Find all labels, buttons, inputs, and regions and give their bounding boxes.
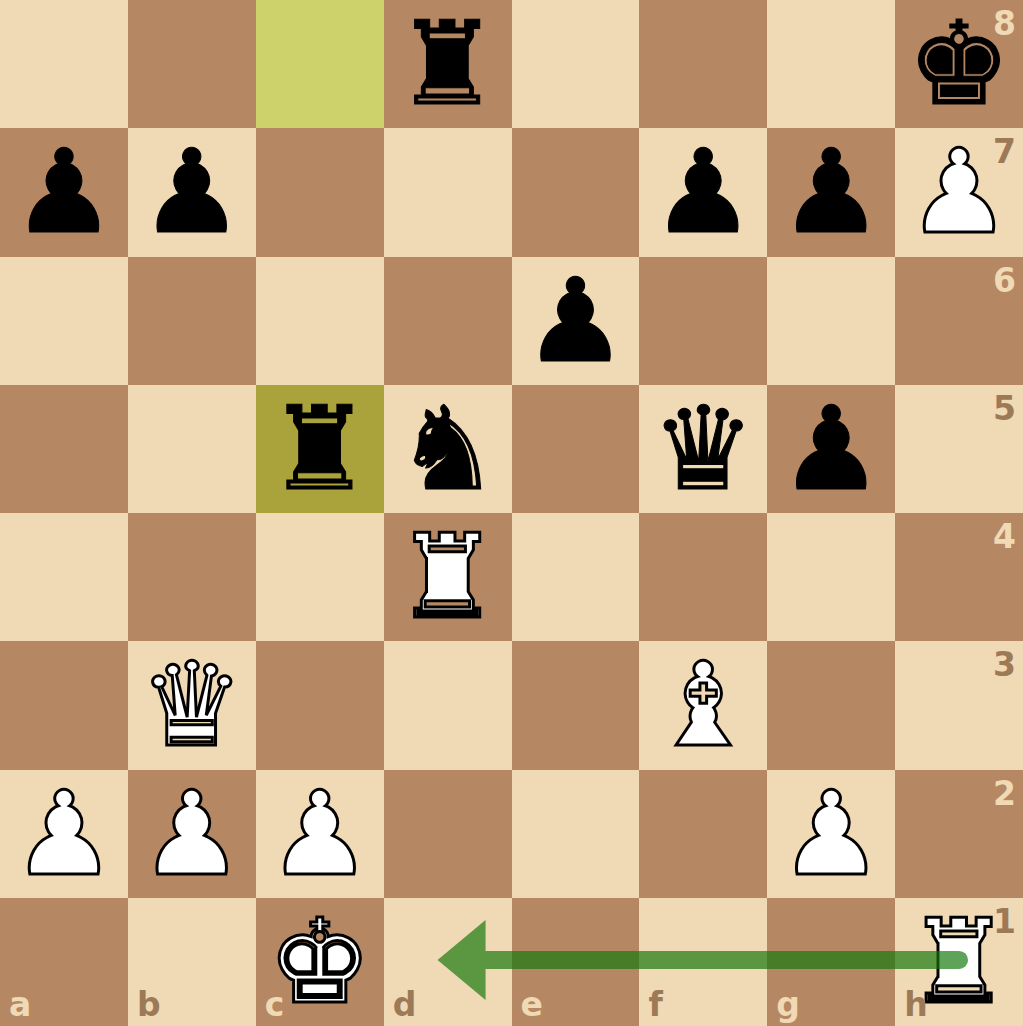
square-a2[interactable]: ♟ [0, 770, 128, 898]
square-a8[interactable] [0, 0, 128, 128]
black-pawn[interactable]: ♟ [779, 134, 883, 250]
rank-label-3: 3 [993, 648, 1016, 681]
file-label-a: a [9, 988, 31, 1021]
square-h7[interactable]: ♟7 [895, 128, 1023, 256]
square-f8[interactable] [639, 0, 767, 128]
square-g7[interactable]: ♟ [767, 128, 895, 256]
square-c8[interactable] [256, 0, 384, 128]
square-e3[interactable] [512, 641, 640, 769]
file-label-g: g [776, 988, 800, 1021]
rank-label-2: 2 [993, 777, 1016, 810]
square-g2[interactable]: ♟ [767, 770, 895, 898]
file-label-d: d [393, 988, 417, 1021]
square-e5[interactable] [512, 385, 640, 513]
square-d3[interactable] [384, 641, 512, 769]
square-c6[interactable] [256, 257, 384, 385]
black-pawn[interactable]: ♟ [779, 391, 883, 507]
square-b2[interactable]: ♟ [128, 770, 256, 898]
square-f6[interactable] [639, 257, 767, 385]
black-knight[interactable]: ♞ [396, 391, 500, 507]
square-b8[interactable] [128, 0, 256, 128]
black-pawn[interactable]: ♟ [12, 134, 116, 250]
file-label-b: b [137, 988, 161, 1021]
square-f4[interactable] [639, 513, 767, 641]
square-b3[interactable]: ♛ [128, 641, 256, 769]
black-pawn[interactable]: ♟ [140, 134, 244, 250]
square-d8[interactable]: ♜ [384, 0, 512, 128]
square-e2[interactable] [512, 770, 640, 898]
square-a5[interactable] [0, 385, 128, 513]
square-b1[interactable]: b [128, 898, 256, 1026]
square-b7[interactable]: ♟ [128, 128, 256, 256]
black-queen[interactable]: ♛ [651, 391, 755, 507]
square-f5[interactable]: ♛ [639, 385, 767, 513]
square-a3[interactable] [0, 641, 128, 769]
white-rook[interactable]: ♜ [396, 519, 500, 635]
square-g3[interactable] [767, 641, 895, 769]
square-a7[interactable]: ♟ [0, 128, 128, 256]
black-king[interactable]: ♚ [907, 6, 1011, 122]
square-d4[interactable]: ♜ [384, 513, 512, 641]
square-c2[interactable]: ♟ [256, 770, 384, 898]
black-rook[interactable]: ♜ [268, 391, 372, 507]
white-pawn[interactable]: ♟ [907, 134, 1011, 250]
square-c5[interactable]: ♜ [256, 385, 384, 513]
square-e6[interactable]: ♟ [512, 257, 640, 385]
square-h3[interactable]: 3 [895, 641, 1023, 769]
square-d6[interactable] [384, 257, 512, 385]
square-f1[interactable]: f [639, 898, 767, 1026]
white-rook[interactable]: ♜ [907, 904, 1011, 1020]
rank-label-6: 6 [993, 264, 1016, 297]
square-h5[interactable]: 5 [895, 385, 1023, 513]
square-c3[interactable] [256, 641, 384, 769]
square-f2[interactable] [639, 770, 767, 898]
white-pawn[interactable]: ♟ [268, 776, 372, 892]
square-d2[interactable] [384, 770, 512, 898]
white-pawn[interactable]: ♟ [140, 776, 244, 892]
square-d7[interactable] [384, 128, 512, 256]
square-d1[interactable]: d [384, 898, 512, 1026]
square-f7[interactable]: ♟ [639, 128, 767, 256]
square-c4[interactable] [256, 513, 384, 641]
file-label-f: f [648, 988, 662, 1021]
black-rook[interactable]: ♜ [396, 6, 500, 122]
white-pawn[interactable]: ♟ [12, 776, 116, 892]
white-queen[interactable]: ♛ [140, 647, 244, 763]
square-h8[interactable]: ♚8 [895, 0, 1023, 128]
white-king[interactable]: ♚ [268, 904, 372, 1020]
square-h4[interactable]: 4 [895, 513, 1023, 641]
square-h6[interactable]: 6 [895, 257, 1023, 385]
square-c7[interactable] [256, 128, 384, 256]
square-e8[interactable] [512, 0, 640, 128]
square-f3[interactable]: ♝ [639, 641, 767, 769]
black-pawn[interactable]: ♟ [523, 263, 627, 379]
square-b4[interactable] [128, 513, 256, 641]
square-e1[interactable]: e [512, 898, 640, 1026]
square-g6[interactable] [767, 257, 895, 385]
square-c1[interactable]: ♚c [256, 898, 384, 1026]
square-a1[interactable]: a [0, 898, 128, 1026]
square-d5[interactable]: ♞ [384, 385, 512, 513]
square-g4[interactable] [767, 513, 895, 641]
square-a4[interactable] [0, 513, 128, 641]
square-g5[interactable]: ♟ [767, 385, 895, 513]
square-h2[interactable]: 2 [895, 770, 1023, 898]
board-squares: ♜♚8♟♟♟♟♟7♟6♜♞♛♟5♜4♛♝3♟♟♟♟2ab♚cdefg♜1h [0, 0, 1023, 1026]
white-bishop[interactable]: ♝ [651, 647, 755, 763]
square-h1[interactable]: ♜1h [895, 898, 1023, 1026]
square-a6[interactable] [0, 257, 128, 385]
rank-label-5: 5 [993, 392, 1016, 425]
square-g8[interactable] [767, 0, 895, 128]
square-g1[interactable]: g [767, 898, 895, 1026]
square-b6[interactable] [128, 257, 256, 385]
white-pawn[interactable]: ♟ [779, 776, 883, 892]
square-b5[interactable] [128, 385, 256, 513]
black-pawn[interactable]: ♟ [651, 134, 755, 250]
rank-label-4: 4 [993, 520, 1016, 553]
square-e4[interactable] [512, 513, 640, 641]
chess-board: ♜♚8♟♟♟♟♟7♟6♜♞♛♟5♜4♛♝3♟♟♟♟2ab♚cdefg♜1h [0, 0, 1023, 1026]
square-e7[interactable] [512, 128, 640, 256]
file-label-e: e [521, 988, 543, 1021]
